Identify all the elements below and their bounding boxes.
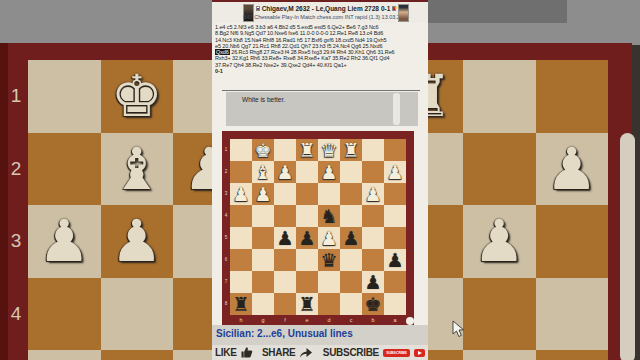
subscribe-label[interactable]: SUBSCRIBE [323, 347, 379, 358]
highlighted-move[interactable]: Qxd6 [215, 49, 230, 55]
square[interactable] [340, 271, 362, 293]
square[interactable] [274, 139, 296, 161]
chessboard: ♚♜♛♜♝♟♟♟♟♟♟♞♟♟♟♟♛♟♟♜♜♚ 12345678hgfedcba [222, 131, 414, 325]
square[interactable]: ♛ [318, 139, 340, 161]
square [463, 60, 536, 133]
vietnam-flag-icon [392, 6, 396, 11]
square[interactable]: ♟ [230, 183, 252, 205]
annotation-scrollbar[interactable] [393, 93, 400, 125]
white-pawn-piece: ♟ [384, 161, 406, 183]
square [28, 278, 101, 351]
background-rank-label: 3 [6, 230, 26, 252]
black-pawn-piece: ♟ [274, 227, 296, 249]
opening-caption: Sicilian: 2...e6, Unusual lines [216, 328, 353, 339]
square[interactable] [296, 249, 318, 271]
square: ♝ [101, 133, 174, 206]
square[interactable] [318, 183, 340, 205]
video-frame: ♚♜♛♜♝♟♟♟♟♟♟♞♟♟♟♟ 1234 Chigaev,M 2632 - L… [0, 0, 640, 360]
square[interactable]: ♜ [230, 293, 252, 315]
share-arrow-icon[interactable] [299, 344, 313, 360]
square [536, 205, 609, 278]
square[interactable] [274, 249, 296, 271]
file-label: c [340, 315, 362, 325]
square[interactable] [362, 227, 384, 249]
square: ♟ [463, 205, 536, 278]
square[interactable]: ♝ [252, 161, 274, 183]
white-pawn-piece: ♟ [230, 183, 252, 205]
file-label: e [296, 315, 318, 325]
caption-bar: Sicilian: 2...e6, Unusual lines [212, 325, 428, 345]
square[interactable]: ♟ [362, 183, 384, 205]
white-bishop-piece: ♝ [101, 133, 174, 206]
square[interactable] [230, 227, 252, 249]
rank-label: 3 [222, 183, 230, 205]
square [463, 350, 536, 360]
square[interactable]: ♞ [318, 205, 340, 227]
rank-label: 4 [222, 205, 230, 227]
square[interactable]: ♟ [318, 161, 340, 183]
square[interactable] [318, 271, 340, 293]
square[interactable] [384, 293, 406, 315]
subscribe-button[interactable]: SUBSCRIBE [383, 349, 410, 357]
move-line[interactable]: 0-1 [215, 68, 425, 74]
white-pawn-piece: ♟ [252, 183, 274, 205]
white-rook-piece: ♜ [296, 139, 318, 161]
action-bar: LIKE SHARE SUBSCRIBE SUBSCRIBE [212, 345, 428, 360]
file-label: b [362, 315, 384, 325]
square[interactable] [384, 227, 406, 249]
background-rank-label: 1 [6, 85, 26, 107]
russia-flag-icon [256, 6, 260, 11]
square[interactable] [230, 139, 252, 161]
square: ♟ [101, 205, 174, 278]
square [463, 278, 536, 351]
white-king-piece: ♚ [101, 60, 174, 133]
square[interactable] [252, 227, 274, 249]
white-pawn-piece: ♟ [318, 161, 340, 183]
square[interactable] [274, 271, 296, 293]
square [101, 350, 174, 360]
file-label: f [274, 315, 296, 325]
square[interactable]: ♛ [318, 249, 340, 271]
square[interactable] [340, 249, 362, 271]
white-pawn-piece: ♟ [536, 133, 609, 206]
white-pawn-piece: ♟ [28, 205, 101, 278]
square[interactable] [384, 205, 406, 227]
thumbs-up-icon[interactable] [241, 344, 253, 360]
black-king-piece: ♚ [362, 293, 384, 315]
square[interactable] [384, 183, 406, 205]
black-pawn-piece: ♟ [296, 227, 318, 249]
black-rook-piece: ♜ [296, 293, 318, 315]
black-player-photo [398, 4, 409, 22]
square[interactable] [340, 205, 362, 227]
square [28, 60, 101, 133]
square[interactable] [340, 293, 362, 315]
square: ♟ [536, 133, 609, 206]
black-rook-piece: ♜ [230, 293, 252, 315]
square[interactable]: ♟ [318, 227, 340, 249]
black-pawn-piece: ♟ [384, 249, 406, 271]
black-queen-piece: ♛ [318, 249, 340, 271]
like-button[interactable]: LIKE [215, 347, 237, 358]
white-bishop-piece: ♝ [252, 161, 274, 183]
square[interactable] [252, 293, 274, 315]
square[interactable] [230, 249, 252, 271]
white-pawn-piece: ♟ [318, 227, 340, 249]
square[interactable]: ♜ [296, 293, 318, 315]
square[interactable] [252, 205, 274, 227]
square [28, 350, 101, 360]
divider [222, 90, 420, 91]
white-pawn-piece: ♟ [274, 161, 296, 183]
game-result: 0-1 [381, 5, 390, 12]
square: ♚ [101, 60, 174, 133]
square [28, 133, 101, 206]
square[interactable] [362, 161, 384, 183]
board-squares: ♚♜♛♜♝♟♟♟♟♟♟♞♟♟♟♟♛♟♟♜♜♚ [230, 139, 406, 315]
square[interactable] [274, 183, 296, 205]
square[interactable] [274, 293, 296, 315]
black-pawn-piece: ♟ [362, 271, 384, 293]
square[interactable]: ♚ [362, 293, 384, 315]
square[interactable] [296, 271, 318, 293]
rank-label: 8 [222, 293, 230, 315]
square[interactable] [362, 205, 384, 227]
rank-label: 7 [222, 271, 230, 293]
file-label: h [230, 315, 252, 325]
app-panel: Chigaev,M 2632 - Le,Quang Liem 2728 0-1 … [212, 0, 428, 360]
board-scrollbar-dot [406, 317, 414, 325]
file-label: a [384, 315, 406, 325]
black-pawn-piece: ♟ [340, 227, 362, 249]
rank-label: 5 [222, 227, 230, 249]
background-ui-block [423, 0, 567, 23]
white-pawn-piece: ♟ [101, 205, 174, 278]
share-button[interactable]: SHARE [262, 347, 296, 358]
event-line: B40 Chessable Play-In Match chess.com IN… [242, 14, 410, 20]
square[interactable] [252, 249, 274, 271]
annotation-box: White is better. [226, 92, 418, 126]
square[interactable]: ♟ [296, 227, 318, 249]
black-knight-piece: ♞ [318, 205, 340, 227]
square [101, 278, 174, 351]
square[interactable] [362, 249, 384, 271]
square[interactable] [296, 205, 318, 227]
file-label: d [318, 315, 340, 325]
square[interactable]: ♟ [340, 227, 362, 249]
move-list[interactable]: 1.e4 c5 2.Nf3 e6 3.b3 a6 4.Bb2 d5 5.exd5… [215, 24, 425, 74]
youtube-icon[interactable] [414, 349, 425, 357]
square: ♟ [28, 205, 101, 278]
rank-label: 6 [222, 249, 230, 271]
white-pawn-piece: ♟ [463, 205, 536, 278]
background-rank-label: 2 [6, 158, 26, 180]
square[interactable]: ♟ [384, 249, 406, 271]
rank-label: 2 [222, 161, 230, 183]
file-label: g [252, 315, 274, 325]
square[interactable] [252, 271, 274, 293]
square[interactable]: ♟ [384, 161, 406, 183]
rank-label: 1 [222, 139, 230, 161]
square[interactable] [340, 161, 362, 183]
square[interactable] [230, 161, 252, 183]
square[interactable] [384, 271, 406, 293]
square[interactable] [274, 205, 296, 227]
square[interactable]: ♟ [252, 183, 274, 205]
square [536, 278, 609, 351]
square[interactable]: ♟ [274, 227, 296, 249]
square[interactable] [230, 271, 252, 293]
square[interactable] [296, 161, 318, 183]
game-header: Chigaev,M 2632 - Le,Quang Liem 2728 0-1 … [212, 2, 428, 23]
square[interactable]: ♜ [340, 139, 362, 161]
square[interactable] [362, 139, 384, 161]
white-queen-piece: ♛ [318, 139, 340, 161]
white-rook-piece: ♜ [340, 139, 362, 161]
annotation-text: White is better. [242, 96, 285, 103]
square[interactable]: ♟ [362, 271, 384, 293]
background-rank-label: 4 [6, 303, 26, 325]
square[interactable] [384, 139, 406, 161]
square[interactable] [230, 205, 252, 227]
players-line: Chigaev,M 2632 - Le,Quang Liem 2728 0-1 [256, 4, 396, 12]
square [536, 60, 609, 133]
square[interactable]: ♜ [296, 139, 318, 161]
square [536, 350, 609, 360]
white-pawn-piece: ♟ [362, 183, 384, 205]
square[interactable]: ♚ [252, 139, 274, 161]
square[interactable] [318, 293, 340, 315]
mouse-cursor [452, 320, 467, 342]
background-scrollbar-thumb [620, 133, 635, 360]
players-names: Chigaev,M 2632 - Le,Quang Liem 2728 [262, 5, 379, 12]
square[interactable]: ♟ [274, 161, 296, 183]
square[interactable] [296, 183, 318, 205]
square [463, 133, 536, 206]
white-king-piece: ♚ [252, 139, 274, 161]
square[interactable] [340, 183, 362, 205]
